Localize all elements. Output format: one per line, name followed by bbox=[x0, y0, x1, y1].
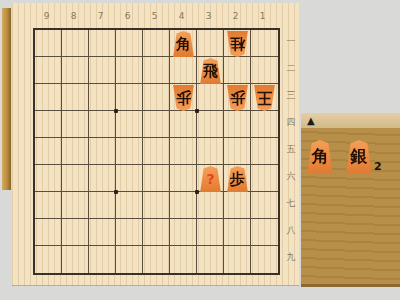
rank-label: 七 bbox=[283, 190, 299, 217]
board-cell-15[interactable] bbox=[251, 138, 278, 165]
board-cell-44[interactable] bbox=[170, 111, 197, 138]
board-cell-29[interactable] bbox=[224, 246, 251, 273]
board-cell-51[interactable] bbox=[143, 30, 170, 57]
rank-label: 五 bbox=[283, 136, 299, 163]
board-cell-31[interactable] bbox=[197, 30, 224, 57]
board-cell-68[interactable] bbox=[116, 219, 143, 246]
file-label: 7 bbox=[87, 8, 114, 24]
board-cell-56[interactable] bbox=[143, 165, 170, 192]
star-point bbox=[195, 109, 199, 113]
shogi-puzzle-screen: 987654321 一二三四五六七八九 角桂飛歩歩王?歩 ▲ 角銀2 bbox=[0, 0, 400, 300]
board-cell-75[interactable] bbox=[89, 138, 116, 165]
board-cell-42[interactable] bbox=[170, 57, 197, 84]
board-cell-14[interactable] bbox=[251, 111, 278, 138]
board-cell-18[interactable] bbox=[251, 219, 278, 246]
file-label: 5 bbox=[141, 8, 168, 24]
sente-hand: 角銀2 bbox=[306, 140, 382, 173]
rank-labels: 一二三四五六七八九 bbox=[283, 28, 299, 271]
board-cell-49[interactable] bbox=[170, 246, 197, 273]
board-cell-55[interactable] bbox=[143, 138, 170, 165]
rank-label: 四 bbox=[283, 109, 299, 136]
board-cell-38[interactable] bbox=[197, 219, 224, 246]
board-cell-46[interactable] bbox=[170, 165, 197, 192]
board-cell-92[interactable] bbox=[35, 57, 62, 84]
board-cell-11[interactable] bbox=[251, 30, 278, 57]
board-cell-59[interactable] bbox=[143, 246, 170, 273]
hand-piece-tile[interactable]: 角 bbox=[306, 140, 334, 173]
board-cell-47[interactable] bbox=[170, 192, 197, 219]
board-cell-58[interactable] bbox=[143, 219, 170, 246]
board-cell-65[interactable] bbox=[116, 138, 143, 165]
file-label: 1 bbox=[249, 8, 276, 24]
board-cell-19[interactable] bbox=[251, 246, 278, 273]
board-cell-99[interactable] bbox=[35, 246, 62, 273]
board-cell-86[interactable] bbox=[62, 165, 89, 192]
board-cell-79[interactable] bbox=[89, 246, 116, 273]
board-cell-67[interactable] bbox=[116, 192, 143, 219]
file-labels: 987654321 bbox=[33, 8, 276, 24]
file-label: 3 bbox=[195, 8, 222, 24]
board-cell-57[interactable] bbox=[143, 192, 170, 219]
board-cell-95[interactable] bbox=[35, 138, 62, 165]
rank-label: 六 bbox=[283, 163, 299, 190]
file-label: 2 bbox=[222, 8, 249, 24]
sente-komadai-header: ▲ bbox=[301, 113, 400, 128]
file-label: 4 bbox=[168, 8, 195, 24]
rank-label: 九 bbox=[283, 244, 299, 271]
star-point bbox=[195, 190, 199, 194]
gote-komadai-edge bbox=[2, 8, 11, 190]
board-cell-12[interactable] bbox=[251, 57, 278, 84]
rank-label: 八 bbox=[283, 217, 299, 244]
board-cell-82[interactable] bbox=[62, 57, 89, 84]
board-cell-34[interactable] bbox=[197, 111, 224, 138]
board-cell-35[interactable] bbox=[197, 138, 224, 165]
board-cell-16[interactable] bbox=[251, 165, 278, 192]
sente-marker-icon: ▲ bbox=[307, 115, 315, 127]
file-label: 8 bbox=[60, 8, 87, 24]
board-panel: 987654321 一二三四五六七八九 角桂飛歩歩王?歩 bbox=[12, 3, 299, 286]
board-cell-85[interactable] bbox=[62, 138, 89, 165]
board-cell-66[interactable] bbox=[116, 165, 143, 192]
rank-label: 三 bbox=[283, 82, 299, 109]
hand-piece-銀[interactable]: 銀2 bbox=[345, 140, 382, 173]
board-cell-63[interactable] bbox=[116, 84, 143, 111]
board-cell-69[interactable] bbox=[116, 246, 143, 273]
board-cell-25[interactable] bbox=[224, 138, 251, 165]
hand-piece-tile[interactable]: 銀 bbox=[345, 140, 373, 173]
board-cell-78[interactable] bbox=[89, 219, 116, 246]
board-cell-54[interactable] bbox=[143, 111, 170, 138]
file-label: 6 bbox=[114, 8, 141, 24]
board-cell-97[interactable] bbox=[35, 192, 62, 219]
board-cell-74[interactable] bbox=[89, 111, 116, 138]
board-cell-71[interactable] bbox=[89, 30, 116, 57]
board-cell-76[interactable] bbox=[89, 165, 116, 192]
rank-label: 一 bbox=[283, 28, 299, 55]
board-cell-52[interactable] bbox=[143, 57, 170, 84]
board-cell-89[interactable] bbox=[62, 246, 89, 273]
hand-piece-count: 2 bbox=[374, 161, 382, 173]
file-label: 9 bbox=[33, 8, 60, 24]
board-cell-77[interactable] bbox=[89, 192, 116, 219]
board-cell-83[interactable] bbox=[62, 84, 89, 111]
rank-label: 二 bbox=[283, 55, 299, 82]
board-cell-28[interactable] bbox=[224, 219, 251, 246]
board-cell-84[interactable] bbox=[62, 111, 89, 138]
board-cell-27[interactable] bbox=[224, 192, 251, 219]
board-cell-88[interactable] bbox=[62, 219, 89, 246]
board-cell-48[interactable] bbox=[170, 219, 197, 246]
board-cell-61[interactable] bbox=[116, 30, 143, 57]
board-cell-24[interactable] bbox=[224, 111, 251, 138]
hand-piece-角[interactable]: 角 bbox=[306, 140, 334, 173]
board-cell-37[interactable] bbox=[197, 192, 224, 219]
shogi-board: 角桂飛歩歩王?歩 bbox=[33, 28, 280, 275]
board-cell-45[interactable] bbox=[170, 138, 197, 165]
board-cell-33[interactable] bbox=[197, 84, 224, 111]
board-cell-62[interactable] bbox=[116, 57, 143, 84]
star-point bbox=[114, 190, 118, 194]
board-cell-91[interactable] bbox=[35, 30, 62, 57]
board-cell-87[interactable] bbox=[62, 192, 89, 219]
board-cell-96[interactable] bbox=[35, 165, 62, 192]
board-cell-98[interactable] bbox=[35, 219, 62, 246]
board-cell-17[interactable] bbox=[251, 192, 278, 219]
board-cell-93[interactable] bbox=[35, 84, 62, 111]
star-point bbox=[114, 109, 118, 113]
board-cell-72[interactable] bbox=[89, 57, 116, 84]
board-cell-81[interactable] bbox=[62, 30, 89, 57]
sente-komadai: ▲ 角銀2 bbox=[301, 113, 400, 287]
board-cell-53[interactable] bbox=[143, 84, 170, 111]
board-cell-64[interactable] bbox=[116, 111, 143, 138]
board-cell-94[interactable] bbox=[35, 111, 62, 138]
board-cell-22[interactable] bbox=[224, 57, 251, 84]
board-cell-39[interactable] bbox=[197, 246, 224, 273]
board-cell-73[interactable] bbox=[89, 84, 116, 111]
